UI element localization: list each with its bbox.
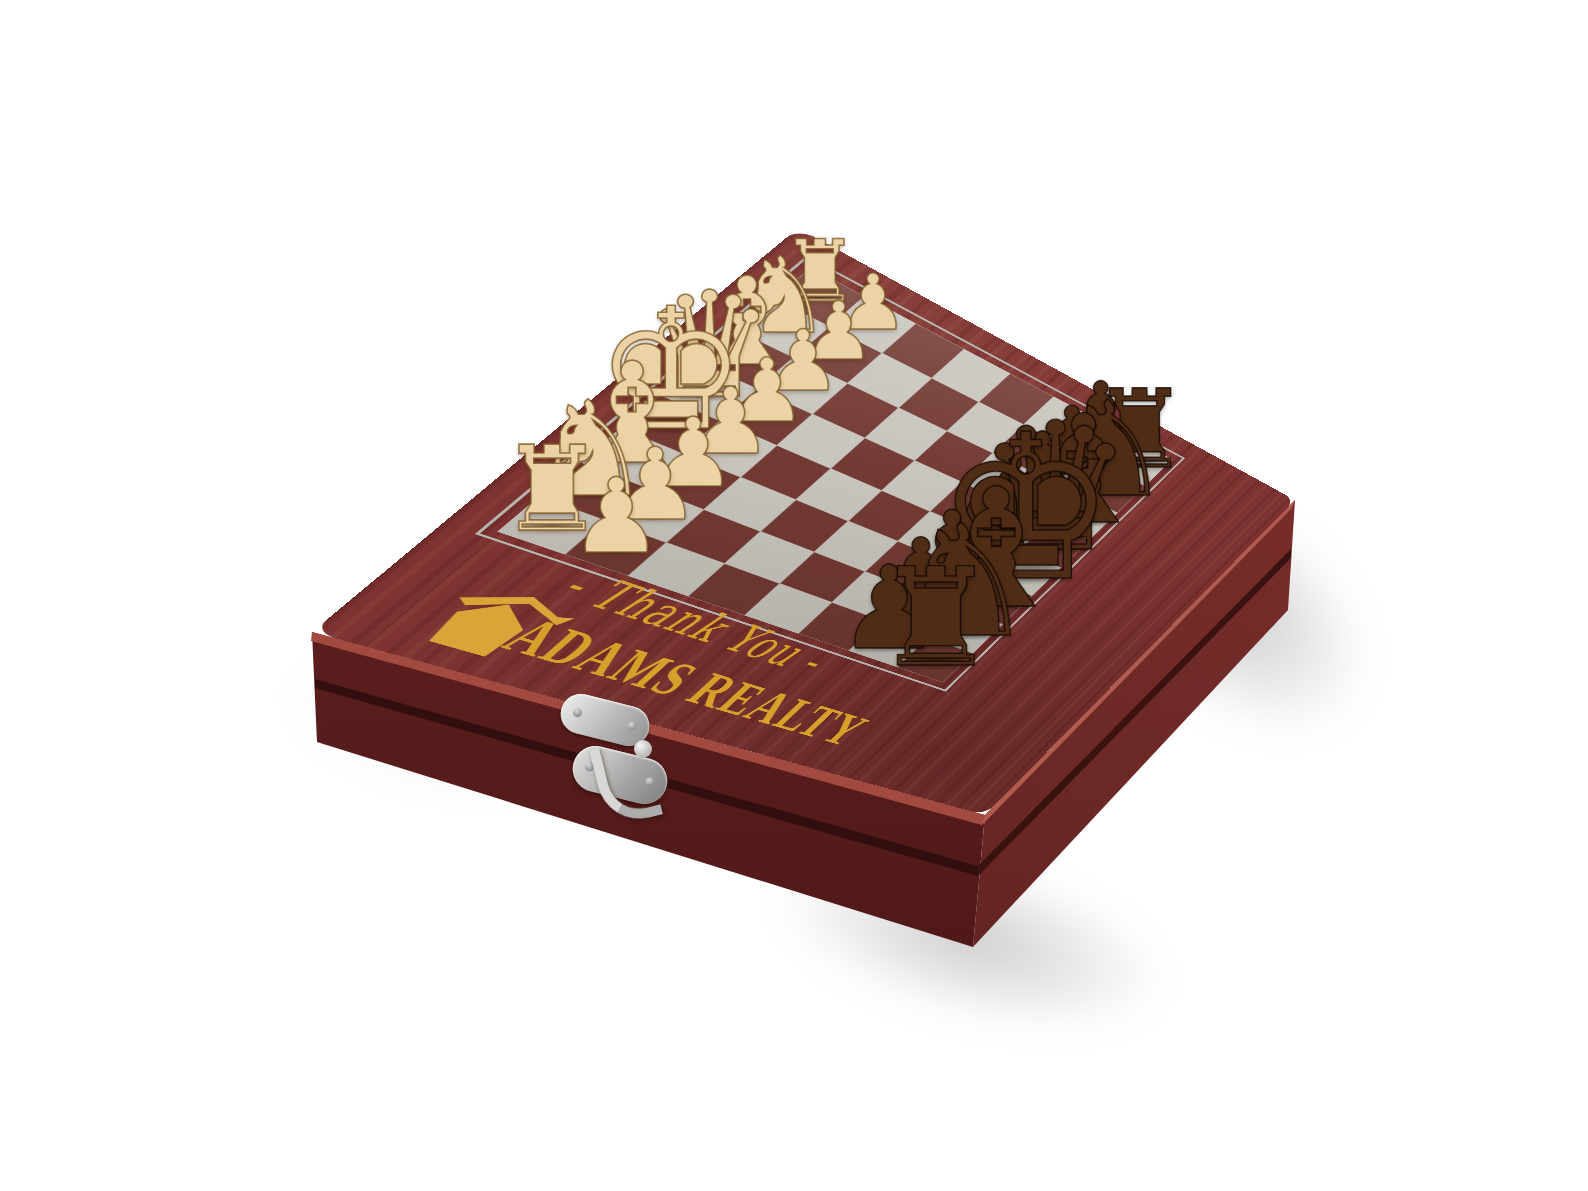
screw-icon xyxy=(626,721,637,732)
piece-black-rook-h8[interactable]: ♜ xyxy=(874,553,996,683)
clasp-knob xyxy=(634,740,652,758)
piece-white-pawn-h2[interactable]: ♟ xyxy=(570,468,663,566)
product-photo-stage: - Thank You - ADAMS REALTY ♜♞♝♛♚♝♞♜♟♟♟♟♟… xyxy=(0,0,1588,1191)
screw-icon xyxy=(572,707,583,718)
